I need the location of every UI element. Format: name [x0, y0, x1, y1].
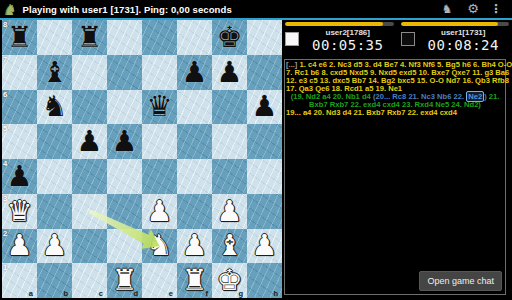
- square-f6[interactable]: [177, 90, 212, 125]
- square-b5[interactable]: [37, 124, 72, 159]
- rank-label-5: 5: [3, 124, 7, 133]
- square-g1[interactable]: g♚: [212, 263, 247, 298]
- square-g3[interactable]: ♟: [212, 194, 247, 229]
- square-b6[interactable]: ♞: [37, 90, 72, 125]
- black-time-bar: [401, 22, 510, 26]
- square-g5[interactable]: [212, 124, 247, 159]
- rank-label-7: 7: [3, 55, 7, 64]
- app-knight-logo-icon: ♞: [3, 2, 16, 17]
- square-d1[interactable]: d♜: [107, 263, 142, 298]
- black-pawn-f7[interactable]: ♟: [177, 55, 212, 90]
- square-g4[interactable]: [212, 159, 247, 194]
- square-a1[interactable]: 1a: [2, 263, 37, 298]
- black-bishop-b7[interactable]: ♝: [37, 55, 72, 90]
- square-f8[interactable]: [177, 20, 212, 55]
- square-c7[interactable]: [72, 55, 107, 90]
- chess-board-area: 8♜♜♚7♝♟♟6♞♛♟5♟♟4♟3♛♟♟2♟♟♞♟♝♟1abcd♜ef♜g♚h: [2, 20, 282, 298]
- square-a2[interactable]: 2♟: [2, 229, 37, 264]
- white-pawn-e3[interactable]: ♟: [142, 194, 177, 229]
- black-king-g8[interactable]: ♚: [212, 20, 247, 55]
- square-a4[interactable]: 4♟: [2, 159, 37, 194]
- file-label-e: e: [169, 289, 173, 298]
- square-c2[interactable]: [72, 229, 107, 264]
- file-label-h: h: [273, 289, 278, 298]
- rank-label-6: 6: [3, 90, 7, 99]
- square-e4[interactable]: [142, 159, 177, 194]
- square-e6[interactable]: ♛: [142, 90, 177, 125]
- white-pawn-g3[interactable]: ♟: [212, 194, 247, 229]
- square-d3[interactable]: [107, 194, 142, 229]
- file-label-b: b: [63, 289, 68, 298]
- square-f2[interactable]: ♟: [177, 229, 212, 264]
- rank-label-4: 4: [3, 159, 7, 168]
- black-player-name: user1[1731]: [417, 28, 511, 37]
- square-g7[interactable]: ♟: [212, 55, 247, 90]
- rank-label-1: 1: [3, 263, 7, 272]
- white-pawn-h2[interactable]: ♟: [247, 229, 282, 264]
- square-f7[interactable]: ♟: [177, 55, 212, 90]
- square-h5[interactable]: [247, 124, 282, 159]
- square-c4[interactable]: [72, 159, 107, 194]
- square-b1[interactable]: b: [37, 263, 72, 298]
- rank-label-8: 8: [3, 20, 7, 29]
- square-c5[interactable]: ♟: [72, 124, 107, 159]
- square-b7[interactable]: ♝: [37, 55, 72, 90]
- black-pawn-g7[interactable]: ♟: [212, 55, 247, 90]
- file-label-c: c: [99, 289, 103, 298]
- square-f5[interactable]: [177, 124, 212, 159]
- square-a6[interactable]: 6: [2, 90, 37, 125]
- white-time-bar: [285, 22, 394, 26]
- move-list[interactable]: [...] 1. c4 e6 2. Nc3 d5 3. d4 Be7 4. Nf…: [284, 59, 506, 295]
- square-d5[interactable]: ♟: [107, 124, 142, 159]
- square-e7[interactable]: [142, 55, 177, 90]
- rank-label-3: 3: [3, 194, 7, 203]
- white-player-time: 00:05:35: [301, 37, 395, 53]
- black-queen-e6[interactable]: ♛: [142, 90, 177, 125]
- black-pawn-d5[interactable]: ♟: [107, 124, 142, 159]
- white-knight-e2[interactable]: ♞: [142, 229, 177, 264]
- square-b4[interactable]: [37, 159, 72, 194]
- square-f1[interactable]: f♜: [177, 263, 212, 298]
- white-queen-a3[interactable]: ♛: [2, 194, 37, 229]
- square-c1[interactable]: c: [72, 263, 107, 298]
- players-knight-icon[interactable]: ♞: [434, 3, 460, 15]
- black-pawn-c5[interactable]: ♟: [72, 124, 107, 159]
- square-d4[interactable]: [107, 159, 142, 194]
- file-label-f: f: [206, 289, 209, 298]
- square-e8[interactable]: [142, 20, 177, 55]
- black-rook-c8[interactable]: ♜: [72, 20, 107, 55]
- file-label-a: a: [29, 289, 33, 298]
- square-c3[interactable]: [72, 194, 107, 229]
- white-pawn-b2[interactable]: ♟: [37, 229, 72, 264]
- move-line-7: 19... a4 20. Nd3 d4 21. Bxb7 Rxb7 22. ex…: [286, 109, 504, 117]
- open-game-chat-button[interactable]: Open game chat: [419, 271, 502, 291]
- square-e2[interactable]: ♞: [142, 229, 177, 264]
- square-c6[interactable]: [72, 90, 107, 125]
- square-f3[interactable]: [177, 194, 212, 229]
- move-text[interactable]: 19... a4 20. Nd3 d4 21. Bxb7 Rxb7 22. ex…: [286, 108, 457, 117]
- black-pawn-h6[interactable]: ♟: [247, 90, 282, 125]
- square-c8[interactable]: ♜: [72, 20, 107, 55]
- rank-label-2: 2: [3, 229, 7, 238]
- square-a7[interactable]: 7: [2, 55, 37, 90]
- square-b2[interactable]: ♟: [37, 229, 72, 264]
- clocks-row: user2[1786] 00:05:35 user1[1731] 00:08:2…: [284, 20, 510, 58]
- square-a5[interactable]: 5: [2, 124, 37, 159]
- square-a3[interactable]: 3♛: [2, 194, 37, 229]
- square-e1[interactable]: e: [142, 263, 177, 298]
- square-h4[interactable]: [247, 159, 282, 194]
- square-d7[interactable]: [107, 55, 142, 90]
- black-rook-a8[interactable]: ♜: [2, 20, 37, 55]
- square-h1[interactable]: h: [247, 263, 282, 298]
- window-title: Playing with user1 [1731]. Ping: 0,00 se…: [22, 4, 231, 15]
- square-b8[interactable]: [37, 20, 72, 55]
- square-h6[interactable]: ♟: [247, 90, 282, 125]
- white-side-indicator: [285, 32, 299, 46]
- move-text[interactable]: 21.: [487, 92, 500, 101]
- square-b3[interactable]: [37, 194, 72, 229]
- white-player-clock: user2[1786] 00:05:35: [284, 20, 395, 58]
- file-label-d: d: [133, 289, 138, 298]
- file-label-g: g: [238, 289, 243, 298]
- square-a8[interactable]: 8♜: [2, 20, 37, 55]
- square-e3[interactable]: ♟: [142, 194, 177, 229]
- overflow-menu-icon[interactable]: ⋮: [486, 3, 506, 15]
- square-g8[interactable]: ♚: [212, 20, 247, 55]
- black-player-clock: user1[1731] 00:08:24: [400, 20, 511, 58]
- square-f4[interactable]: [177, 159, 212, 194]
- white-player-name: user2[1786]: [301, 28, 395, 37]
- app-window: ♞ Playing with user1 [1731]. Ping: 0,00 …: [0, 0, 512, 300]
- white-pawn-f2[interactable]: ♟: [177, 229, 212, 264]
- square-g6[interactable]: [212, 90, 247, 125]
- black-pawn-a4[interactable]: ♟: [2, 159, 37, 194]
- square-h7[interactable]: [247, 55, 282, 90]
- white-pawn-a2[interactable]: ♟: [2, 229, 37, 264]
- square-h3[interactable]: [247, 194, 282, 229]
- square-d8[interactable]: [107, 20, 142, 55]
- square-h2[interactable]: ♟: [247, 229, 282, 264]
- action-bar: ♞ Playing with user1 [1731]. Ping: 0,00 …: [0, 0, 512, 18]
- black-knight-b6[interactable]: ♞: [37, 90, 72, 125]
- square-d2[interactable]: [107, 229, 142, 264]
- square-e5[interactable]: [142, 124, 177, 159]
- settings-gear-icon[interactable]: ⚙: [460, 3, 486, 15]
- black-side-indicator: [401, 32, 415, 46]
- square-g2[interactable]: ♝: [212, 229, 247, 264]
- black-player-time: 00:08:24: [417, 37, 511, 53]
- chess-board[interactable]: 8♜♜♚7♝♟♟6♞♛♟5♟♟4♟3♛♟♟2♟♟♞♟♝♟1abcd♜ef♜g♚h: [2, 20, 282, 298]
- game-side-panel: user2[1786] 00:05:35 user1[1731] 00:08:2…: [284, 20, 510, 298]
- white-bishop-g2[interactable]: ♝: [212, 229, 247, 264]
- square-d6[interactable]: [107, 90, 142, 125]
- square-h8[interactable]: [247, 20, 282, 55]
